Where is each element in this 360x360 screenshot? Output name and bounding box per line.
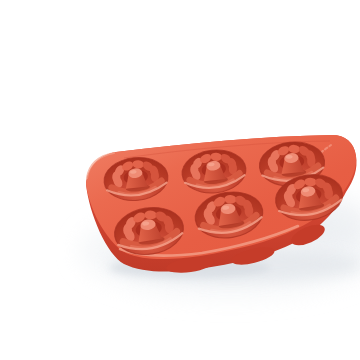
product-photo-canvas bbox=[40, 16, 360, 360]
product-photo: Product photo of a red-orange silicone s… bbox=[40, 16, 360, 360]
